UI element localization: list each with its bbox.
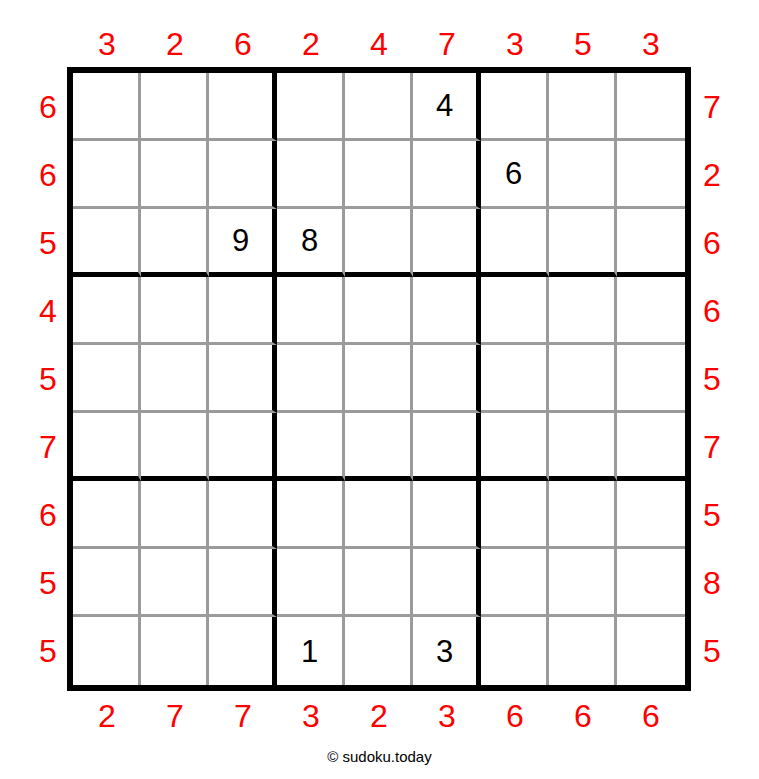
- clue-bottom-4: 3: [277, 696, 345, 736]
- cell-r1c3[interactable]: [209, 73, 277, 141]
- cell-r2c1[interactable]: [73, 141, 141, 209]
- clue-bottom-7: 6: [481, 696, 549, 736]
- cell-r8c9[interactable]: [617, 549, 685, 617]
- cell-r1c2[interactable]: [141, 73, 209, 141]
- clue-top-2: 2: [141, 24, 209, 64]
- cell-r9c7[interactable]: [481, 617, 549, 685]
- clue-bottom-9: 6: [617, 696, 685, 736]
- clue-top-6: 7: [413, 24, 481, 64]
- cell-r9c5[interactable]: [345, 617, 413, 685]
- cell-r2c2[interactable]: [141, 141, 209, 209]
- cell-r2c9[interactable]: [617, 141, 685, 209]
- cell-r1c4[interactable]: [277, 73, 345, 141]
- cell-r4c7[interactable]: [481, 277, 549, 345]
- cell-r1c9[interactable]: [617, 73, 685, 141]
- clue-bottom-8: 6: [549, 696, 617, 736]
- cell-r9c8[interactable]: [549, 617, 617, 685]
- cell-r1c5[interactable]: [345, 73, 413, 141]
- cell-r4c1[interactable]: [73, 277, 141, 345]
- clue-bottom-3: 7: [209, 696, 277, 736]
- cell-r6c9[interactable]: [617, 413, 685, 481]
- clue-bottom-1: 2: [73, 696, 141, 736]
- clue-right-2: 2: [696, 141, 728, 209]
- cell-r8c4[interactable]: [277, 549, 345, 617]
- clue-top-8: 5: [549, 24, 617, 64]
- cell-r5c1[interactable]: [73, 345, 141, 413]
- cell-r7c9[interactable]: [617, 481, 685, 549]
- cell-r6c4[interactable]: [277, 413, 345, 481]
- cell-r8c3[interactable]: [209, 549, 277, 617]
- cell-r3c8[interactable]: [549, 209, 617, 277]
- clue-left-2: 6: [32, 141, 64, 209]
- cell-r7c3[interactable]: [209, 481, 277, 549]
- bottom-clues: 277323666: [73, 696, 685, 736]
- clue-bottom-5: 2: [345, 696, 413, 736]
- cell-r8c6[interactable]: [413, 549, 481, 617]
- cell-r3c2[interactable]: [141, 209, 209, 277]
- cell-r3c9[interactable]: [617, 209, 685, 277]
- cell-r5c3[interactable]: [209, 345, 277, 413]
- clue-left-5: 5: [32, 345, 64, 413]
- cell-r6c1[interactable]: [73, 413, 141, 481]
- clue-top-3: 6: [209, 24, 277, 64]
- cell-r9c9[interactable]: [617, 617, 685, 685]
- cell-r7c5[interactable]: [345, 481, 413, 549]
- clue-left-8: 5: [32, 549, 64, 617]
- cell-r1c6-given[interactable]: 4: [413, 73, 481, 141]
- clue-right-9: 5: [696, 617, 728, 685]
- cell-r9c4-given[interactable]: 1: [277, 617, 345, 685]
- clue-left-6: 7: [32, 413, 64, 481]
- cell-r5c6[interactable]: [413, 345, 481, 413]
- cell-r6c7[interactable]: [481, 413, 549, 481]
- cell-r1c1[interactable]: [73, 73, 141, 141]
- cell-r6c2[interactable]: [141, 413, 209, 481]
- cell-r4c4[interactable]: [277, 277, 345, 345]
- cell-r4c3[interactable]: [209, 277, 277, 345]
- cell-r4c6[interactable]: [413, 277, 481, 345]
- cell-r8c8[interactable]: [549, 549, 617, 617]
- top-clues: 326247353: [73, 24, 685, 64]
- cell-r7c7[interactable]: [481, 481, 549, 549]
- clue-right-5: 5: [696, 345, 728, 413]
- cell-r2c5[interactable]: [345, 141, 413, 209]
- cell-r6c8[interactable]: [549, 413, 617, 481]
- clue-right-3: 6: [696, 209, 728, 277]
- sudoku-board: 469813: [67, 67, 691, 691]
- cell-r2c8[interactable]: [549, 141, 617, 209]
- cell-r2c4[interactable]: [277, 141, 345, 209]
- cell-r2c6[interactable]: [413, 141, 481, 209]
- cell-r5c9[interactable]: [617, 345, 685, 413]
- cell-r7c8[interactable]: [549, 481, 617, 549]
- copyright-text: © sudoku.today: [0, 748, 759, 765]
- cell-r6c6[interactable]: [413, 413, 481, 481]
- right-clues: 726657585: [696, 73, 728, 685]
- clue-top-4: 2: [277, 24, 345, 64]
- clue-right-6: 7: [696, 413, 728, 481]
- cell-r9c1[interactable]: [73, 617, 141, 685]
- cell-r5c7[interactable]: [481, 345, 549, 413]
- cell-r7c4[interactable]: [277, 481, 345, 549]
- cell-r5c4[interactable]: [277, 345, 345, 413]
- cell-r8c5[interactable]: [345, 549, 413, 617]
- clue-left-7: 6: [32, 481, 64, 549]
- cell-r3c6[interactable]: [413, 209, 481, 277]
- cell-r8c1[interactable]: [73, 549, 141, 617]
- cell-r8c2[interactable]: [141, 549, 209, 617]
- cell-r9c6-given[interactable]: 3: [413, 617, 481, 685]
- cell-r4c5[interactable]: [345, 277, 413, 345]
- clue-left-3: 5: [32, 209, 64, 277]
- clue-right-7: 5: [696, 481, 728, 549]
- cell-r3c7[interactable]: [481, 209, 549, 277]
- clue-top-5: 4: [345, 24, 413, 64]
- cell-r7c6[interactable]: [413, 481, 481, 549]
- cell-r5c8[interactable]: [549, 345, 617, 413]
- cell-r3c4-given[interactable]: 8: [277, 209, 345, 277]
- clue-bottom-2: 7: [141, 696, 209, 736]
- cell-r1c7[interactable]: [481, 73, 549, 141]
- cell-r4c9[interactable]: [617, 277, 685, 345]
- cell-r2c3[interactable]: [209, 141, 277, 209]
- cell-r1c8[interactable]: [549, 73, 617, 141]
- cell-r5c2[interactable]: [141, 345, 209, 413]
- cell-r7c2[interactable]: [141, 481, 209, 549]
- cell-r6c3[interactable]: [209, 413, 277, 481]
- clue-right-1: 7: [696, 73, 728, 141]
- clue-right-4: 6: [696, 277, 728, 345]
- cell-r9c2[interactable]: [141, 617, 209, 685]
- cell-r3c5[interactable]: [345, 209, 413, 277]
- cell-r3c3-given[interactable]: 9: [209, 209, 277, 277]
- cell-r4c8[interactable]: [549, 277, 617, 345]
- clue-top-7: 3: [481, 24, 549, 64]
- cell-r5c5[interactable]: [345, 345, 413, 413]
- sudoku-page: 326247353 665457655 469813 726657585 277…: [0, 0, 759, 779]
- clue-left-1: 6: [32, 73, 64, 141]
- clue-top-1: 3: [73, 24, 141, 64]
- left-clues: 665457655: [32, 73, 64, 685]
- cell-r6c5[interactable]: [345, 413, 413, 481]
- cell-r9c3[interactable]: [209, 617, 277, 685]
- cell-r8c7[interactable]: [481, 549, 549, 617]
- cell-r3c1[interactable]: [73, 209, 141, 277]
- cell-r4c2[interactable]: [141, 277, 209, 345]
- clue-right-8: 8: [696, 549, 728, 617]
- cell-r2c7-given[interactable]: 6: [481, 141, 549, 209]
- clue-bottom-6: 3: [413, 696, 481, 736]
- clue-top-9: 3: [617, 24, 685, 64]
- cell-r7c1[interactable]: [73, 481, 141, 549]
- clue-left-4: 4: [32, 277, 64, 345]
- clue-left-9: 5: [32, 617, 64, 685]
